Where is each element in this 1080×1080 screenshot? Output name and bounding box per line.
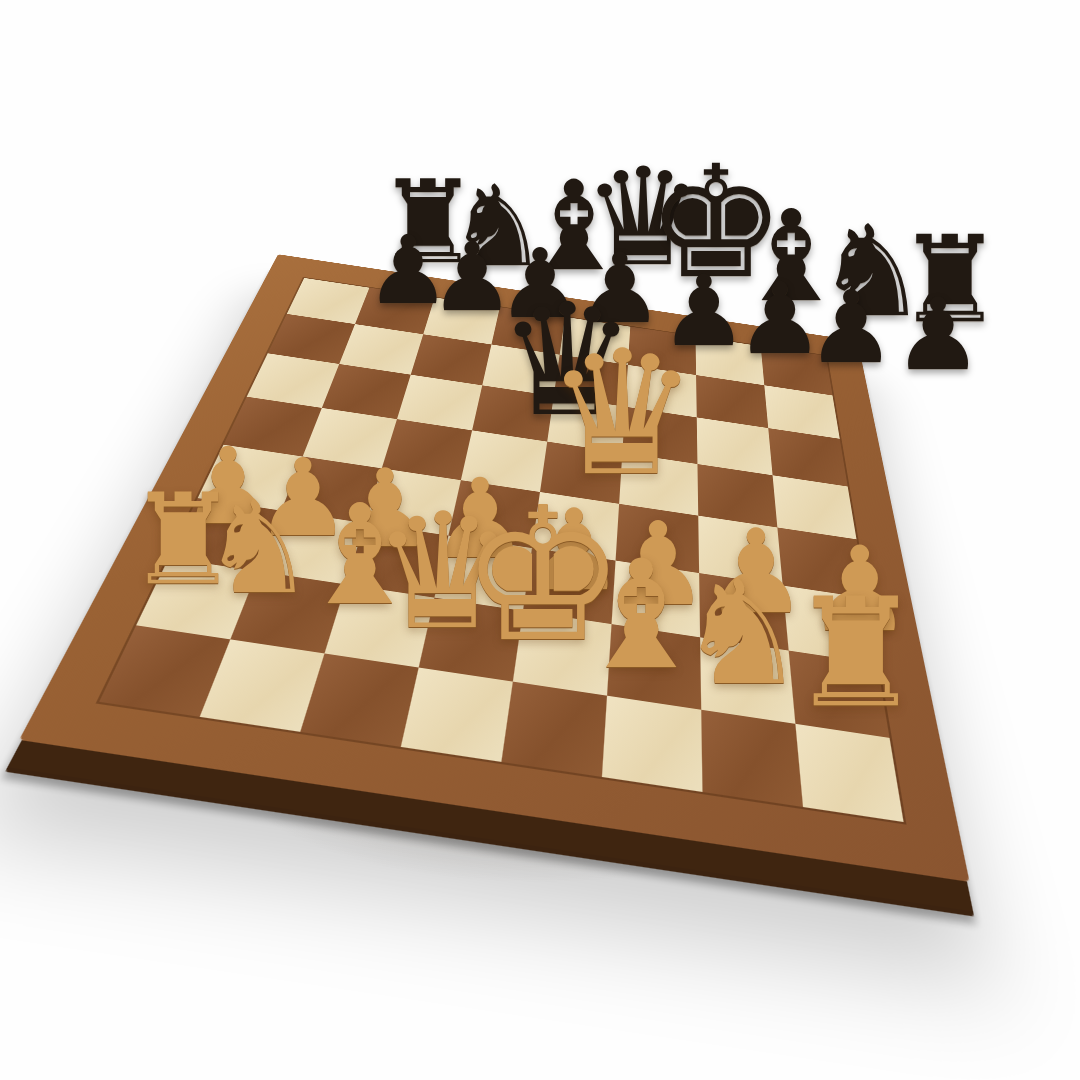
- piece-white-knight-g1[interactable]: ♞: [677, 560, 807, 705]
- pieces-layer: ♜♞♝♛♚♝♞♜♟♟♟♟♟♟♟♟♛♛♟♟♟♟♟♟♟♟♜♞♝♛♚♝♞♜: [0, 0, 1080, 1080]
- piece-black-pawn-h7[interactable]: ♟: [893, 285, 983, 385]
- piece-white-rook-h1[interactable]: ♜: [789, 578, 923, 728]
- piece-black-pawn-g7[interactable]: ♟: [806, 278, 896, 378]
